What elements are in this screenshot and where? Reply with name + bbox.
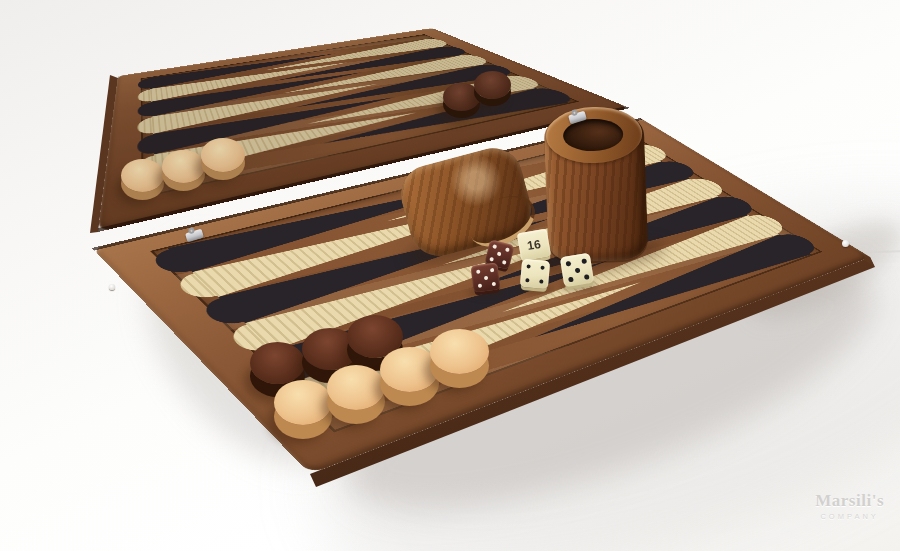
die-pip-empty (582, 266, 588, 272)
doubling-cube[interactable]: 16 (517, 229, 551, 262)
die-pip-empty (482, 268, 486, 272)
light-checker[interactable] (201, 138, 245, 172)
die-pip-empty (490, 250, 495, 255)
light-checker[interactable] (430, 329, 489, 374)
die-pip (477, 283, 481, 287)
light-checker[interactable] (327, 365, 385, 410)
die-pip-empty (533, 265, 537, 269)
die-pip-empty (476, 276, 480, 280)
die-pip (541, 265, 545, 269)
die-pip (489, 256, 494, 261)
magnet-dot (842, 240, 849, 247)
die-pip (491, 281, 495, 285)
die-pip-empty (498, 245, 503, 250)
die-pip (504, 247, 509, 252)
die-pip (492, 244, 497, 249)
brand-name: Marsili's (815, 491, 884, 511)
die-pip (583, 274, 589, 280)
dice-cup-standing[interactable] (543, 113, 648, 262)
die-pip-empty (566, 268, 572, 274)
die-pip-empty (484, 282, 488, 286)
die-pip-empty (532, 279, 536, 283)
dark-checker[interactable] (250, 342, 305, 384)
die-pip (525, 278, 529, 282)
die-pip (475, 269, 479, 273)
light-checker[interactable] (274, 380, 332, 425)
die-pip-empty (503, 253, 508, 258)
dark-checker[interactable] (474, 71, 511, 99)
brown-die[interactable] (470, 262, 500, 292)
magnet-dot (109, 284, 115, 290)
light-checker[interactable] (121, 159, 164, 192)
die-pip-empty (526, 271, 530, 275)
die-pip-empty (533, 272, 537, 276)
die-pip (483, 275, 487, 279)
product-photo-scene: 16 Marsili's COMPANY (0, 0, 900, 551)
brand-subtitle: COMPANY (815, 512, 884, 521)
die-pip (565, 260, 571, 266)
doubling-cube-value: 16 (526, 237, 542, 253)
die-pip-empty (495, 258, 500, 263)
light-checker[interactable] (162, 150, 205, 183)
die-pip-empty (575, 275, 581, 281)
die-pip (567, 276, 573, 282)
die-pip (501, 259, 506, 264)
die-pip-empty (490, 274, 494, 278)
ivory-die[interactable] (520, 259, 550, 289)
die-pip (574, 267, 580, 273)
die-pip (539, 280, 543, 284)
die-pip (497, 252, 502, 257)
die-pip (526, 264, 530, 268)
die-pip (581, 258, 587, 264)
brand-watermark: Marsili's COMPANY (815, 491, 884, 521)
die-pip (489, 267, 493, 271)
die-pip-empty (573, 259, 579, 265)
ivory-die[interactable] (560, 253, 594, 287)
die-pip-empty (540, 272, 544, 276)
